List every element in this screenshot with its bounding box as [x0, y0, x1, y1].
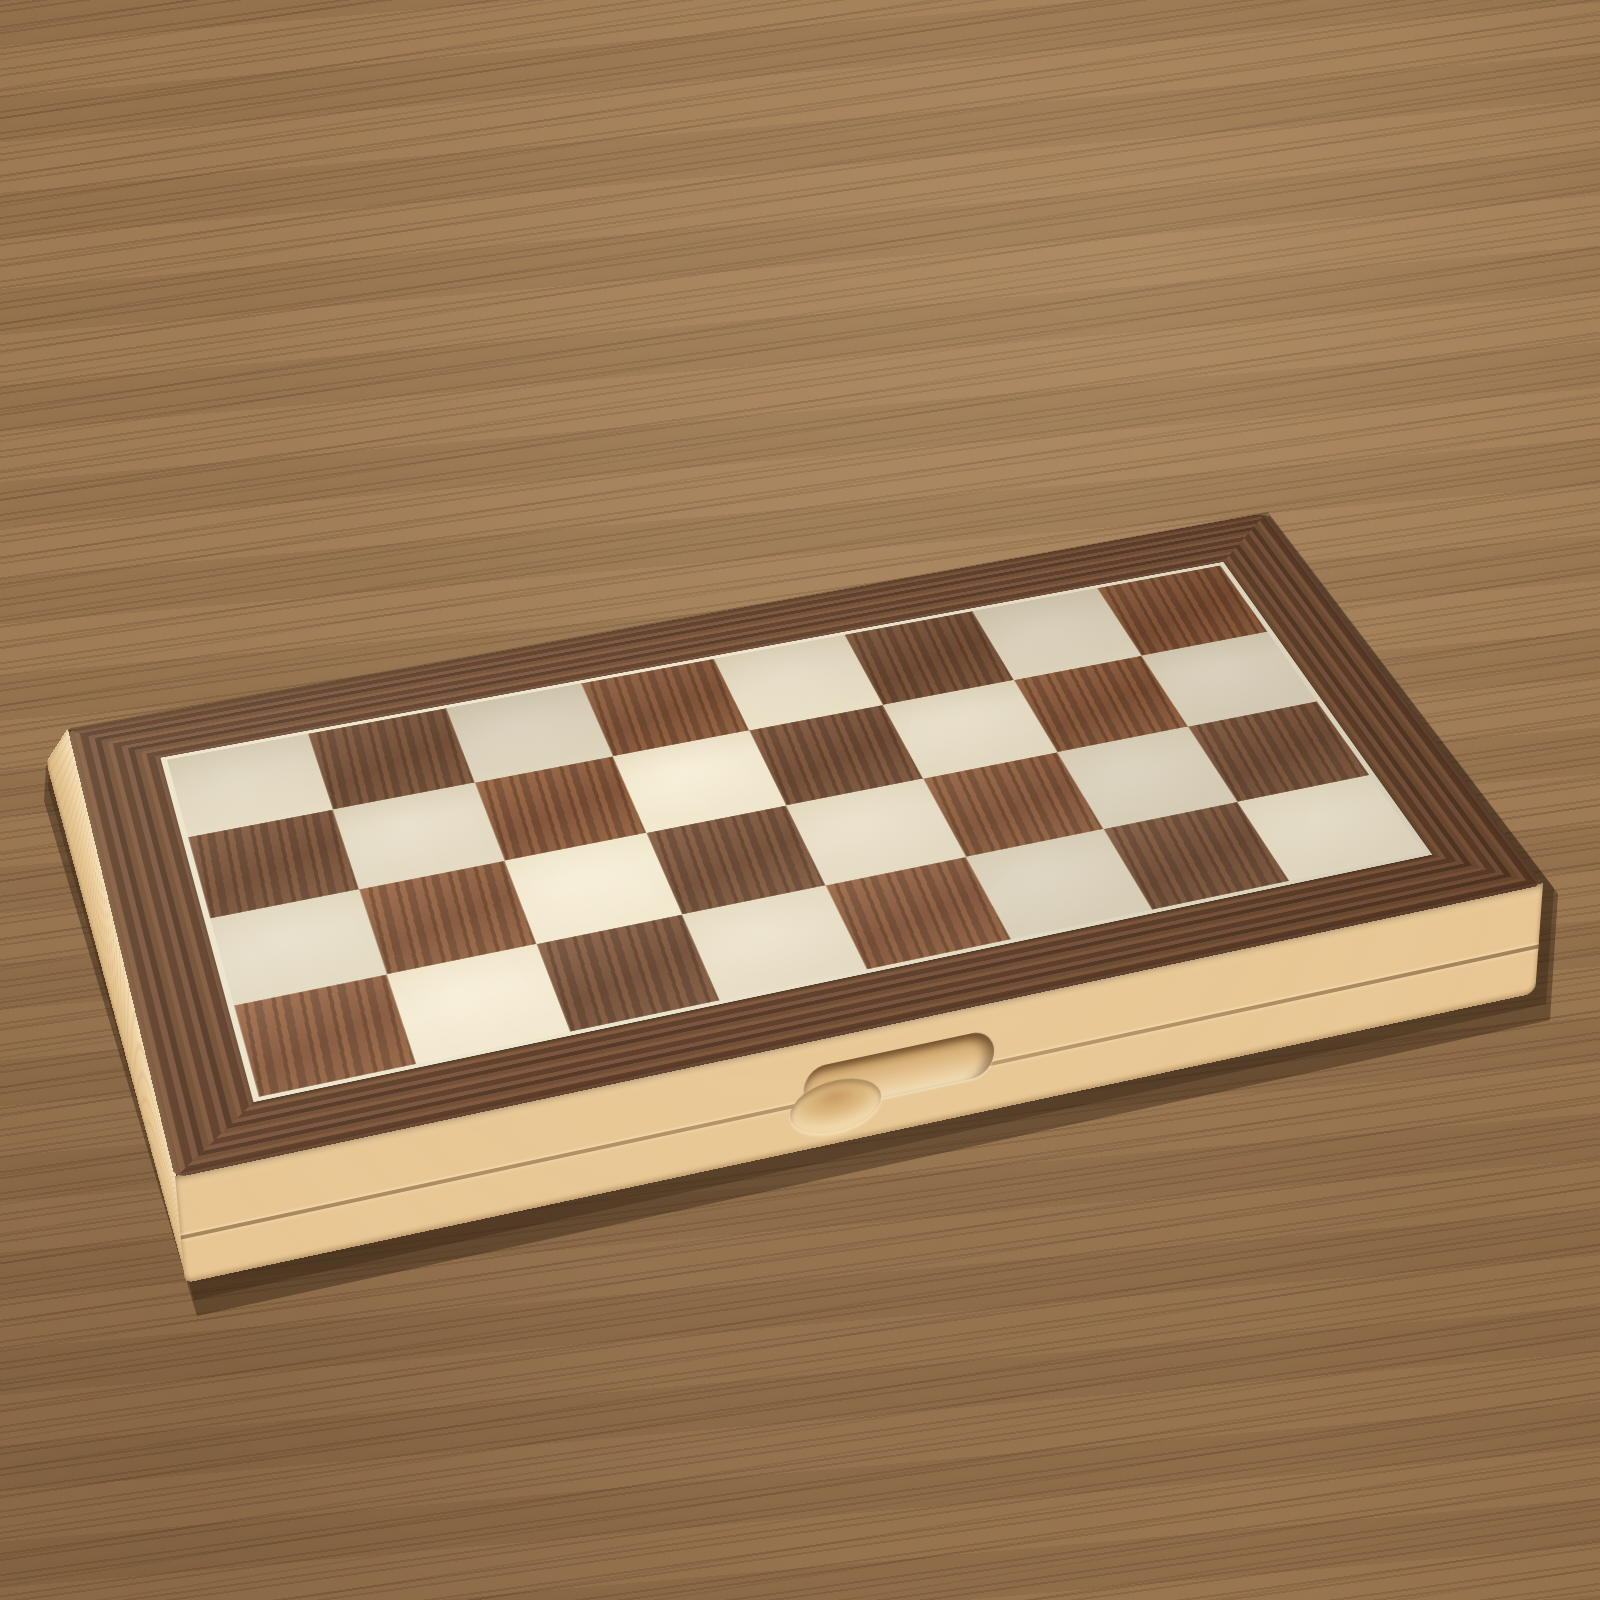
thumb-scoop [790, 1071, 882, 1142]
handle-notch [803, 1029, 994, 1115]
photo-scene [0, 0, 1600, 1600]
